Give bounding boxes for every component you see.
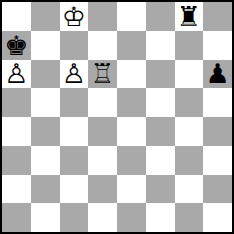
square-f5[interactable] xyxy=(146,88,175,117)
square-d5[interactable] xyxy=(88,88,117,117)
square-a8[interactable] xyxy=(2,2,31,31)
square-c8[interactable]: ♔ xyxy=(60,2,89,31)
square-a2[interactable] xyxy=(2,175,31,204)
piece-white-pawn[interactable]: ♙ xyxy=(62,60,86,87)
square-d8[interactable] xyxy=(88,2,117,31)
square-f3[interactable] xyxy=(146,146,175,175)
square-a4[interactable] xyxy=(2,117,31,146)
piece-black-rook[interactable]: ♜ xyxy=(177,3,201,30)
square-b8[interactable] xyxy=(31,2,60,31)
square-b1[interactable] xyxy=(31,203,60,232)
square-a6[interactable]: ♙ xyxy=(2,60,31,89)
square-e1[interactable] xyxy=(117,203,146,232)
piece-white-rook[interactable]: ♖ xyxy=(91,60,115,87)
square-g1[interactable] xyxy=(175,203,204,232)
square-f6[interactable] xyxy=(146,60,175,89)
square-b3[interactable] xyxy=(31,146,60,175)
square-f2[interactable] xyxy=(146,175,175,204)
square-a5[interactable] xyxy=(2,88,31,117)
square-h2[interactable] xyxy=(203,175,232,204)
square-e8[interactable] xyxy=(117,2,146,31)
square-h4[interactable] xyxy=(203,117,232,146)
square-h7[interactable] xyxy=(203,31,232,60)
square-a1[interactable] xyxy=(2,203,31,232)
square-e7[interactable] xyxy=(117,31,146,60)
square-d7[interactable] xyxy=(88,31,117,60)
square-h6[interactable]: ♟ xyxy=(203,60,232,89)
square-b5[interactable] xyxy=(31,88,60,117)
square-c5[interactable] xyxy=(60,88,89,117)
square-g3[interactable] xyxy=(175,146,204,175)
square-c4[interactable] xyxy=(60,117,89,146)
square-h5[interactable] xyxy=(203,88,232,117)
square-f1[interactable] xyxy=(146,203,175,232)
square-a7[interactable]: ♚ xyxy=(2,31,31,60)
square-g4[interactable] xyxy=(175,117,204,146)
square-c3[interactable] xyxy=(60,146,89,175)
square-b4[interactable] xyxy=(31,117,60,146)
square-d4[interactable] xyxy=(88,117,117,146)
square-e2[interactable] xyxy=(117,175,146,204)
square-e4[interactable] xyxy=(117,117,146,146)
square-e6[interactable] xyxy=(117,60,146,89)
square-b2[interactable] xyxy=(31,175,60,204)
square-g5[interactable] xyxy=(175,88,204,117)
square-c1[interactable] xyxy=(60,203,89,232)
piece-black-pawn[interactable]: ♟ xyxy=(206,60,230,87)
square-a3[interactable] xyxy=(2,146,31,175)
square-g2[interactable] xyxy=(175,175,204,204)
square-d3[interactable] xyxy=(88,146,117,175)
square-h1[interactable] xyxy=(203,203,232,232)
square-d1[interactable] xyxy=(88,203,117,232)
square-c7[interactable] xyxy=(60,31,89,60)
square-e5[interactable] xyxy=(117,88,146,117)
square-h8[interactable] xyxy=(203,2,232,31)
square-f4[interactable] xyxy=(146,117,175,146)
square-g8[interactable]: ♜ xyxy=(175,2,204,31)
chess-board: ♔♜♚♙♙♖♟ xyxy=(0,0,234,234)
piece-white-king[interactable]: ♔ xyxy=(62,3,86,30)
square-d6[interactable]: ♖ xyxy=(88,60,117,89)
square-g7[interactable] xyxy=(175,31,204,60)
square-b6[interactable] xyxy=(31,60,60,89)
square-f8[interactable] xyxy=(146,2,175,31)
square-f7[interactable] xyxy=(146,31,175,60)
square-d2[interactable] xyxy=(88,175,117,204)
square-e3[interactable] xyxy=(117,146,146,175)
piece-black-king[interactable]: ♚ xyxy=(4,32,28,59)
piece-white-pawn[interactable]: ♙ xyxy=(4,60,28,87)
square-g6[interactable] xyxy=(175,60,204,89)
square-b7[interactable] xyxy=(31,31,60,60)
square-h3[interactable] xyxy=(203,146,232,175)
square-c6[interactable]: ♙ xyxy=(60,60,89,89)
square-c2[interactable] xyxy=(60,175,89,204)
